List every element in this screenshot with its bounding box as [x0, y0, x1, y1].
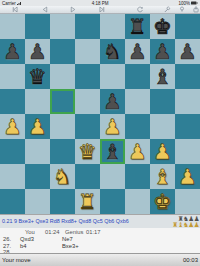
white-pawn[interactable]: ♟ [150, 139, 175, 164]
black-pawn[interactable]: ♟ [175, 39, 200, 64]
square-g4[interactable] [150, 114, 175, 139]
square-f1[interactable] [125, 189, 150, 214]
square-d2[interactable] [75, 164, 100, 189]
square-h1[interactable] [175, 189, 200, 214]
white-pawn[interactable]: ♟ [25, 114, 50, 139]
square-e1[interactable] [100, 189, 125, 214]
square-b4[interactable]: ♟ [25, 114, 50, 139]
black-rook[interactable]: ♜ [125, 14, 150, 39]
square-f5[interactable] [125, 89, 150, 114]
square-f4[interactable] [125, 114, 150, 139]
square-a4[interactable]: ♟ [0, 114, 25, 139]
move-number: 26. [3, 236, 20, 242]
white-pawn[interactable]: ♟ [100, 114, 125, 139]
square-g7[interactable]: ♟ [150, 39, 175, 64]
square-h4[interactable] [175, 114, 200, 139]
square-d3[interactable]: ♛ [75, 139, 100, 164]
square-f6[interactable] [125, 64, 150, 89]
toolbar [0, 6, 200, 14]
engine-analysis-line[interactable]: 0.21 9 Bxe3+ Qxe3 Rd8 Rxd8+ Qxd8 Qc5 Qb6… [2, 218, 129, 224]
white-clock: 01:24 [45, 229, 60, 235]
square-f7[interactable]: ♟ [125, 39, 150, 64]
black-king[interactable]: ♚ [150, 14, 175, 39]
white-knight[interactable]: ♞ [50, 164, 75, 189]
share-icon[interactable] [192, 6, 200, 13]
black-pawn[interactable]: ♟ [25, 39, 50, 64]
white-king[interactable]: ♚ [150, 189, 175, 214]
square-c1[interactable] [50, 189, 75, 214]
status-footer: Your move 00:03 [0, 253, 200, 266]
square-c8[interactable] [50, 14, 75, 39]
black-queen[interactable]: ♛ [25, 64, 50, 89]
square-a7[interactable]: ♟ [0, 39, 25, 64]
square-g2[interactable]: ♝ [150, 164, 175, 189]
skip-to-end-icon[interactable] [98, 6, 106, 13]
black-pawn[interactable]: ♟ [100, 89, 125, 114]
carrier-label: Carrier [2, 1, 16, 6]
square-g3[interactable]: ♟ [150, 139, 175, 164]
black-bishop[interactable]: ♝ [150, 64, 175, 89]
square-c2[interactable]: ♞ [50, 164, 75, 189]
square-d6[interactable] [75, 64, 100, 89]
battery-percent: 100% [178, 1, 190, 6]
step-forward-icon[interactable] [69, 6, 77, 13]
square-a3[interactable] [0, 139, 25, 164]
rotate-board-icon[interactable] [136, 6, 144, 13]
square-b8[interactable] [25, 14, 50, 39]
square-c6[interactable] [50, 64, 75, 89]
square-b1[interactable] [25, 189, 50, 214]
square-d1[interactable]: ♜ [75, 189, 100, 214]
white-pawn[interactable]: ♟ [125, 139, 150, 164]
square-e8[interactable] [100, 14, 125, 39]
black-clock: 01:17 [86, 229, 101, 235]
square-h2[interactable]: ♟ [175, 164, 200, 189]
white-pawn[interactable]: ♟ [0, 114, 25, 139]
hint-bulb-icon[interactable] [178, 6, 186, 13]
white-player-name: You [25, 229, 35, 235]
white-queen[interactable]: ♛ [75, 139, 100, 164]
square-b7[interactable]: ♟ [25, 39, 50, 64]
chess-app-screen: Carrier 4:18 PM 100% [0, 0, 200, 266]
square-f2[interactable] [125, 164, 150, 189]
square-c3[interactable] [50, 139, 75, 164]
captured-pieces-tray: ♜♞♟♟ ♜♝♞♟♟ [172, 216, 199, 228]
step-back-icon[interactable] [41, 6, 49, 13]
analysis-bar: 0.21 9 Bxe3+ Qxe3 Rd8 Rxd8+ Qxd8 Qc5 Qb6… [0, 214, 200, 228]
black-bishop[interactable]: ♝ [100, 139, 125, 164]
square-e5[interactable]: ♟ [100, 89, 125, 114]
square-h3[interactable] [175, 139, 200, 164]
black-pawn[interactable]: ♟ [150, 39, 175, 64]
turn-status: Your move [2, 257, 30, 263]
tools-wrench-icon[interactable] [163, 6, 171, 13]
square-h6[interactable] [175, 64, 200, 89]
wifi-icon [17, 1, 22, 6]
square-e3[interactable]: ♝ [100, 139, 125, 164]
square-e6[interactable] [100, 64, 125, 89]
square-g6[interactable]: ♝ [150, 64, 175, 89]
move-row[interactable]: 26.Qxd3Ne7 [3, 236, 197, 242]
black-pawn[interactable]: ♟ [0, 39, 25, 64]
square-c5[interactable] [50, 89, 75, 114]
square-a1[interactable] [0, 189, 25, 214]
square-a6[interactable] [0, 64, 25, 89]
square-b3[interactable] [25, 139, 50, 164]
square-d5[interactable] [75, 89, 100, 114]
move-list[interactable]: You 01:24 Genius 01:17 26.Qxd3Ne7 27.b4B… [0, 228, 200, 253]
square-a8[interactable] [0, 14, 25, 39]
square-b2[interactable] [25, 164, 50, 189]
square-d8[interactable] [75, 14, 100, 39]
square-d4[interactable] [75, 114, 100, 139]
white-pawn[interactable]: ♟ [175, 164, 200, 189]
square-e7[interactable]: ♞ [100, 39, 125, 64]
white-move: Qxd3 [20, 236, 62, 242]
square-f8[interactable]: ♜ [125, 14, 150, 39]
square-h8[interactable] [175, 14, 200, 39]
square-c4[interactable] [50, 114, 75, 139]
skip-to-start-icon[interactable] [11, 6, 19, 13]
square-h5[interactable] [175, 89, 200, 114]
square-g5[interactable] [150, 89, 175, 114]
black-knight[interactable]: ♞ [100, 39, 125, 64]
white-rook[interactable]: ♜ [75, 189, 100, 214]
square-h7[interactable]: ♟ [175, 39, 200, 64]
black-pawn[interactable]: ♟ [125, 39, 150, 64]
square-g1[interactable]: ♚ [150, 189, 175, 214]
square-e2[interactable] [100, 164, 125, 189]
square-b5[interactable] [25, 89, 50, 114]
square-f3[interactable]: ♟ [125, 139, 150, 164]
square-c7[interactable] [50, 39, 75, 64]
battery-icon [191, 1, 198, 6]
move-clock: 00:03 [183, 257, 198, 263]
black-move: Ne7 [62, 236, 73, 242]
black-player-name: Genius [65, 229, 83, 235]
square-b6[interactable]: ♛ [25, 64, 50, 89]
square-a2[interactable] [0, 164, 25, 189]
square-e4[interactable]: ♟ [100, 114, 125, 139]
square-a5[interactable] [0, 89, 25, 114]
square-g8[interactable]: ♚ [150, 14, 175, 39]
white-bishop[interactable]: ♝ [150, 164, 175, 189]
clock-label: 4:18 PM [92, 1, 109, 6]
chess-board: ♜♚♟♟♞♟♟♟♛♝♟♟♟♟♛♝♟♟♞♝♟♜♚ [0, 14, 200, 214]
square-d7[interactable] [75, 39, 100, 64]
